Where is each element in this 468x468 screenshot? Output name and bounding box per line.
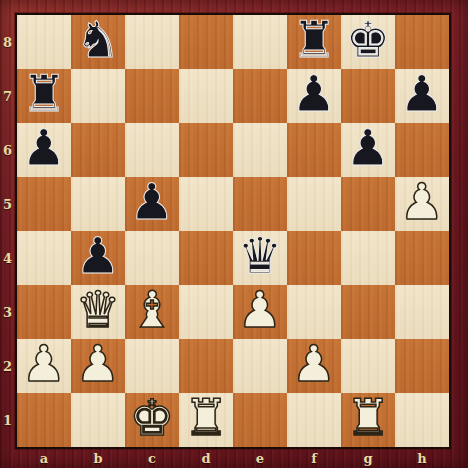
square-b6[interactable] [71,123,125,177]
square-a7[interactable]: ♜ [17,69,71,123]
rank-label-4: 4 [0,231,15,285]
square-d2[interactable] [179,339,233,393]
square-d6[interactable] [179,123,233,177]
piece-black-rook-a7[interactable]: ♜ [22,67,67,121]
square-e2[interactable] [233,339,287,393]
rank-label-3: 3 [0,285,15,339]
square-b3[interactable]: ♛ [71,285,125,339]
square-f8[interactable]: ♜ [287,15,341,69]
piece-black-knight-b8[interactable]: ♞ [76,13,121,67]
piece-black-pawn-b4[interactable]: ♟ [76,229,121,283]
square-a8[interactable] [17,15,71,69]
square-d1[interactable]: ♜ [179,393,233,447]
square-h8[interactable] [395,15,449,69]
piece-black-pawn-c5[interactable]: ♟ [130,175,175,229]
square-h5[interactable]: ♟ [395,177,449,231]
square-c2[interactable] [125,339,179,393]
square-d4[interactable] [179,231,233,285]
square-f1[interactable] [287,393,341,447]
piece-black-pawn-f7[interactable]: ♟ [292,67,337,121]
square-d7[interactable] [179,69,233,123]
square-f7[interactable]: ♟ [287,69,341,123]
square-b8[interactable]: ♞ [71,15,125,69]
square-g5[interactable] [341,177,395,231]
square-g7[interactable] [341,69,395,123]
rank-label-2: 2 [0,339,15,393]
piece-white-pawn-h5[interactable]: ♟ [400,175,445,229]
piece-white-rook-d1[interactable]: ♜ [184,391,229,445]
file-label-a: a [17,449,71,468]
piece-black-pawn-h7[interactable]: ♟ [400,67,445,121]
square-c4[interactable] [125,231,179,285]
square-e7[interactable] [233,69,287,123]
square-b7[interactable] [71,69,125,123]
square-h3[interactable] [395,285,449,339]
square-b1[interactable] [71,393,125,447]
square-g3[interactable] [341,285,395,339]
piece-white-king-c1[interactable]: ♚ [130,391,175,445]
square-e5[interactable] [233,177,287,231]
square-g4[interactable] [341,231,395,285]
rank-label-5: 5 [0,177,15,231]
square-c8[interactable] [125,15,179,69]
rank-label-6: 6 [0,123,15,177]
square-f4[interactable] [287,231,341,285]
rank-label-1: 1 [0,393,15,447]
file-label-d: d [179,449,233,468]
square-c6[interactable] [125,123,179,177]
square-e4[interactable]: ♛ [233,231,287,285]
square-h7[interactable]: ♟ [395,69,449,123]
piece-white-bishop-c3[interactable]: ♝ [130,283,175,337]
piece-white-pawn-b2[interactable]: ♟ [76,337,121,391]
piece-white-rook-g1[interactable]: ♜ [346,391,391,445]
piece-white-pawn-f2[interactable]: ♟ [292,337,337,391]
rank-label-8: 8 [0,15,15,69]
piece-black-pawn-g6[interactable]: ♟ [346,121,391,175]
piece-white-pawn-e3[interactable]: ♟ [238,283,283,337]
square-h6[interactable] [395,123,449,177]
square-a4[interactable] [17,231,71,285]
square-a3[interactable] [17,285,71,339]
square-a2[interactable]: ♟ [17,339,71,393]
file-label-h: h [395,449,449,468]
piece-black-queen-e4[interactable]: ♛ [238,229,283,283]
piece-black-pawn-a6[interactable]: ♟ [22,121,67,175]
square-e6[interactable] [233,123,287,177]
rank-label-7: 7 [0,69,15,123]
square-b2[interactable]: ♟ [71,339,125,393]
square-c7[interactable] [125,69,179,123]
square-f6[interactable] [287,123,341,177]
square-h2[interactable] [395,339,449,393]
piece-black-king-g8[interactable]: ♚ [346,13,391,67]
square-a1[interactable] [17,393,71,447]
square-g1[interactable]: ♜ [341,393,395,447]
square-d8[interactable] [179,15,233,69]
square-h1[interactable] [395,393,449,447]
file-label-e: e [233,449,287,468]
square-e3[interactable]: ♟ [233,285,287,339]
square-c1[interactable]: ♚ [125,393,179,447]
square-a6[interactable]: ♟ [17,123,71,177]
square-g6[interactable]: ♟ [341,123,395,177]
square-e1[interactable] [233,393,287,447]
square-h4[interactable] [395,231,449,285]
square-c5[interactable]: ♟ [125,177,179,231]
square-g8[interactable]: ♚ [341,15,395,69]
file-label-c: c [125,449,179,468]
square-c3[interactable]: ♝ [125,285,179,339]
square-d3[interactable] [179,285,233,339]
square-a5[interactable] [17,177,71,231]
file-label-b: b [71,449,125,468]
square-b5[interactable] [71,177,125,231]
square-g2[interactable] [341,339,395,393]
file-label-f: f [287,449,341,468]
square-f5[interactable] [287,177,341,231]
square-f2[interactable]: ♟ [287,339,341,393]
square-d5[interactable] [179,177,233,231]
square-f3[interactable] [287,285,341,339]
square-b4[interactable]: ♟ [71,231,125,285]
piece-white-queen-b3[interactable]: ♛ [76,283,121,337]
file-label-g: g [341,449,395,468]
piece-black-rook-f8[interactable]: ♜ [292,13,337,67]
piece-white-pawn-a2[interactable]: ♟ [22,337,67,391]
board: ♞♜♚♜♟♟♟♟♟♟♟♛♛♝♟♟♟♟♚♜♜ [15,13,451,449]
square-e8[interactable] [233,15,287,69]
